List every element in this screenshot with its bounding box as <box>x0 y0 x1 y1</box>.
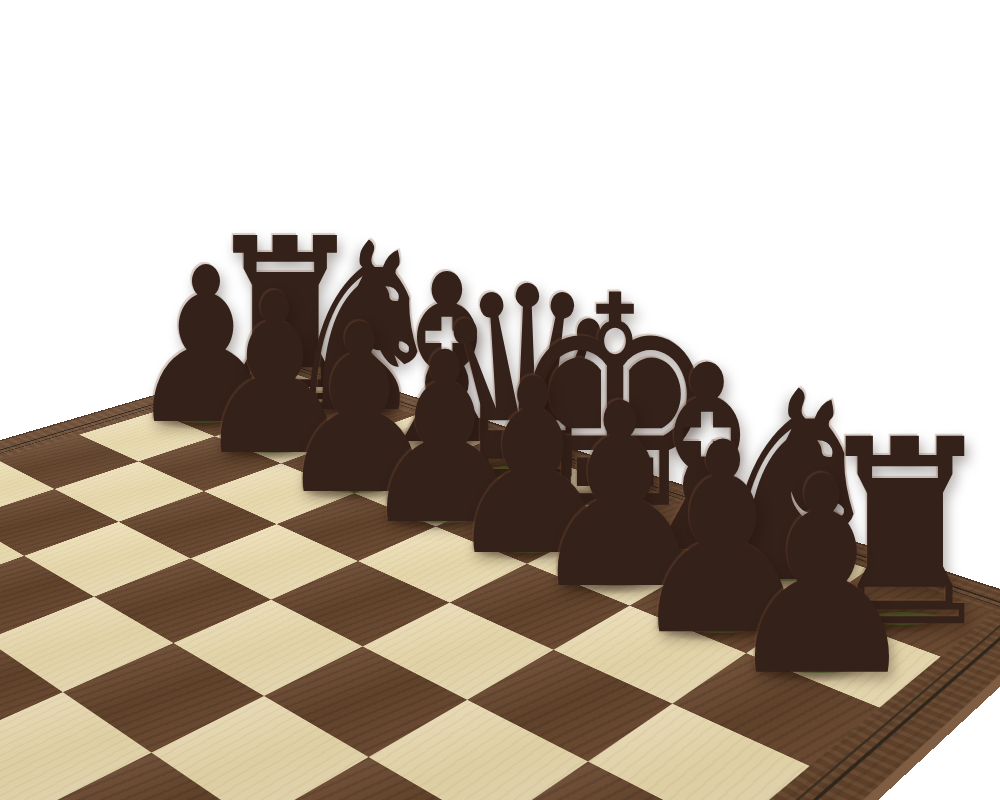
product-photo-scene: ♜♞♝♛♚♝♞♜♟♟♟♟♟♟♟♟ <box>0 0 1000 800</box>
piece-h7-pawn[interactable]: ♟ <box>722 441 923 714</box>
